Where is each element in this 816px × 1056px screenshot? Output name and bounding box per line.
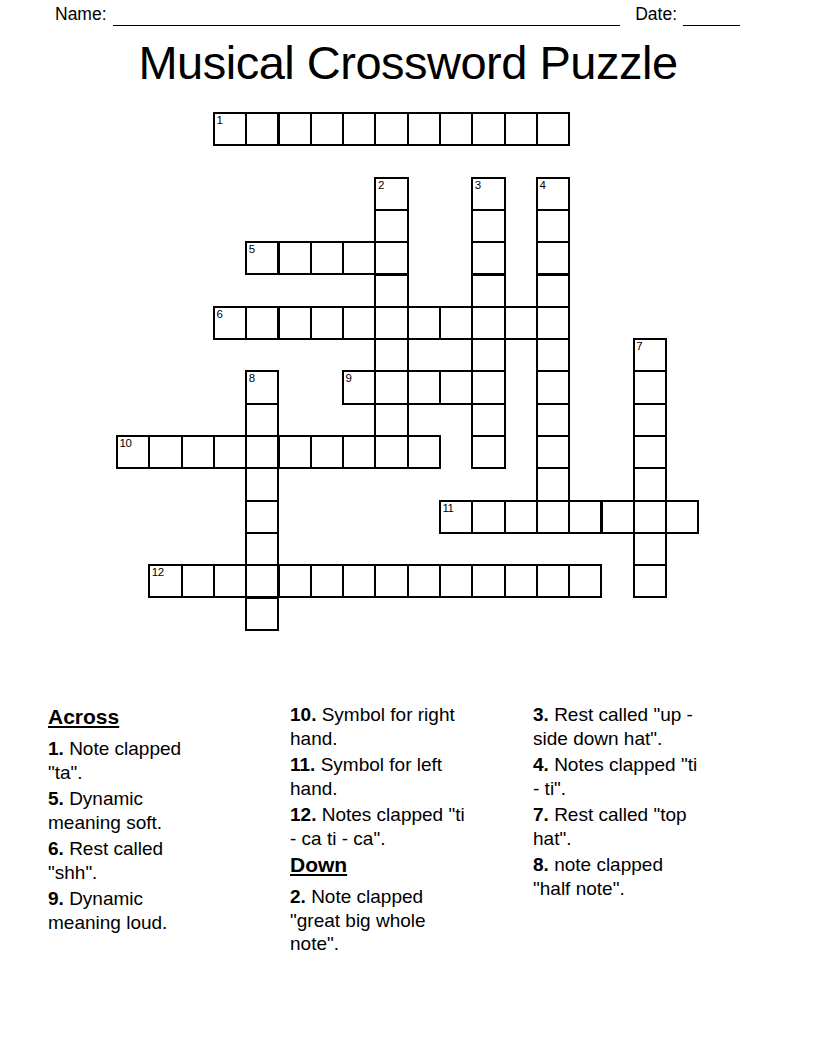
grid-cell-r6c4[interactable] [245,306,279,340]
grid-cell-r14c12[interactable] [504,564,538,598]
grid-cell-r0c8[interactable] [374,112,408,146]
clue-4-down: 4. Notes clapped "ti- ti". [533,753,775,800]
grid-cell-r6c6[interactable] [310,306,344,340]
clue-column-3: 3. Rest called "up -side down hat".4. No… [533,703,775,959]
grid-cell-r14c14[interactable] [568,564,602,598]
worksheet-header: Name: Date: [0,0,816,26]
grid-cell-r4c11[interactable] [471,241,505,275]
grid-cell-r14c5[interactable] [278,564,312,598]
grid-cell-r10c5[interactable] [278,435,312,469]
grid-cell-r12c12[interactable] [504,500,538,534]
grid-cell-r8c11[interactable] [471,370,505,404]
clue-number-10: 10 [120,437,132,449]
grid-cell-r6c13[interactable] [536,306,570,340]
grid-cell-r5c11[interactable] [471,274,505,308]
grid-cell-r14c8[interactable] [374,564,408,598]
grid-cell-r14c6[interactable] [310,564,344,598]
grid-cell-r12c4[interactable] [245,500,279,534]
clue-number-12: 12 [152,566,164,578]
grid-cell-r0c9[interactable] [407,112,441,146]
clue-number-4: 4 [539,179,545,191]
clue-7-down: 7. Rest called "tophat". [533,803,775,850]
clue-number-8: 8 [249,372,255,384]
clue-number-9: 9 [346,372,352,384]
grid-cell-r7c8[interactable] [374,338,408,372]
grid-cell-r6c3[interactable]: 6 [213,306,247,340]
grid-cell-r9c13[interactable] [536,403,570,437]
grid-cell-r10c0[interactable]: 10 [116,435,150,469]
clue-6-across: 6. Rest called"shh". [48,837,290,884]
clue-10-across: 10. Symbol for righthand. [290,703,533,750]
clue-5-across: 5. Dynamicmeaning soft. [48,787,290,834]
clue-number-6: 6 [216,308,222,320]
grid-cell-r0c4[interactable] [245,112,279,146]
grid-cell-r10c8[interactable] [374,435,408,469]
clue-9-across: 9. Dynamicmeaning loud. [48,887,290,934]
grid-cell-r9c8[interactable] [374,403,408,437]
name-field-line[interactable] [113,5,621,26]
grid-cell-r6c9[interactable] [407,306,441,340]
clue-12-across: 12. Notes clapped "ti- ca ti - ca". [290,803,533,850]
grid-cell-r12c11[interactable] [471,500,505,534]
grid-cell-r11c4[interactable] [245,467,279,501]
grid-cell-r12c16[interactable] [633,500,667,534]
grid-cell-r14c4[interactable] [245,564,279,598]
clue-column-1: Across1. Note clapped"ta".5. Dynamicmean… [48,703,290,959]
clue-number-7: 7 [636,340,642,352]
grid-cell-r11c13[interactable] [536,467,570,501]
grid-cell-r10c11[interactable] [471,435,505,469]
grid-cell-r5c8[interactable] [374,274,408,308]
grid-cell-r14c16[interactable] [633,564,667,598]
grid-cell-r12c14[interactable] [568,500,602,534]
grid-cell-r14c3[interactable] [213,564,247,598]
grid-cell-r8c4[interactable]: 8 [245,370,279,404]
grid-cell-r12c17[interactable] [665,500,699,534]
grid-cell-r4c5[interactable] [278,241,312,275]
grid-cell-r10c13[interactable] [536,435,570,469]
grid-cell-r14c2[interactable] [181,564,215,598]
clue-8-down: 8. note clapped"half note". [533,853,775,900]
grid-cell-r0c12[interactable] [504,112,538,146]
crossword-grid: 123456789101112 [116,112,700,631]
name-label: Name: [55,4,107,26]
grid-cell-r6c5[interactable] [278,306,312,340]
grid-cell-r4c7[interactable] [342,241,376,275]
grid-cell-r14c7[interactable] [342,564,376,598]
grid-cell-r4c6[interactable] [310,241,344,275]
grid-cell-r7c13[interactable] [536,338,570,372]
grid-cell-r4c13[interactable] [536,241,570,275]
grid-cell-r7c11[interactable] [471,338,505,372]
grid-cell-r3c11[interactable] [471,209,505,243]
grid-cell-r0c6[interactable] [310,112,344,146]
grid-cell-r6c11[interactable] [471,306,505,340]
date-field-line[interactable] [683,5,740,26]
clue-number-11: 11 [443,502,454,514]
page-title: Musical Crossword Puzzle [0,35,816,90]
grid-cell-r9c11[interactable] [471,403,505,437]
grid-cell-r10c16[interactable] [633,435,667,469]
grid-cell-r15c4[interactable] [245,597,279,631]
clue-3-down: 3. Rest called "up -side down hat". [533,703,775,750]
grid-cell-r10c1[interactable] [148,435,182,469]
grid-cell-r9c16[interactable] [633,403,667,437]
grid-cell-r0c10[interactable] [439,112,473,146]
grid-cell-r13c16[interactable] [633,532,667,566]
clue-number-2: 2 [378,179,384,191]
grid-cell-r14c13[interactable] [536,564,570,598]
grid-cell-r0c7[interactable] [342,112,376,146]
grid-cell-r2c8[interactable]: 2 [374,177,408,211]
grid-cell-r9c4[interactable] [245,403,279,437]
grid-cell-r3c13[interactable] [536,209,570,243]
grid-cell-r8c10[interactable] [439,370,473,404]
grid-cell-r12c15[interactable] [601,500,635,534]
grid-cell-r12c10[interactable]: 11 [439,500,473,534]
across-header: Across [48,705,290,729]
grid-cell-r4c4[interactable]: 5 [245,241,279,275]
grid-cell-r2c11[interactable]: 3 [471,177,505,211]
grid-cell-r6c8[interactable] [374,306,408,340]
grid-cell-r14c9[interactable] [407,564,441,598]
grid-cell-r8c7[interactable]: 9 [342,370,376,404]
grid-cell-r8c16[interactable] [633,370,667,404]
clue-column-2: 10. Symbol for righthand.11. Symbol for … [290,703,533,959]
grid-cell-r4c8[interactable] [374,241,408,275]
grid-cell-r10c6[interactable] [310,435,344,469]
date-label: Date: [635,4,677,26]
grid-cell-r8c13[interactable] [536,370,570,404]
grid-cell-r7c16[interactable]: 7 [633,338,667,372]
grid-cell-r0c3[interactable]: 1 [213,112,247,146]
grid-cell-r14c10[interactable] [439,564,473,598]
grid-cell-r0c11[interactable] [471,112,505,146]
grid-cell-r6c10[interactable] [439,306,473,340]
grid-cell-r5c13[interactable] [536,274,570,308]
grid-cell-r8c8[interactable] [374,370,408,404]
clue-11-across: 11. Symbol for lefthand. [290,753,533,800]
down-header: Down [290,853,533,877]
grid-cell-r0c5[interactable] [278,112,312,146]
grid-cell-r10c9[interactable] [407,435,441,469]
clue-number-3: 3 [475,179,481,191]
clue-section: Across1. Note clapped"ta".5. Dynamicmean… [0,703,816,959]
grid-cell-r12c13[interactable] [536,500,570,534]
grid-cell-r10c3[interactable] [213,435,247,469]
grid-cell-r2c13[interactable]: 4 [536,177,570,211]
clue-2-down: 2. Note clapped"great big wholenote". [290,885,533,956]
clue-number-5: 5 [249,243,255,255]
grid-cell-r0c13[interactable] [536,112,570,146]
grid-cell-r14c1[interactable]: 12 [148,564,182,598]
clue-1-across: 1. Note clapped"ta". [48,737,290,784]
grid-cell-r10c2[interactable] [181,435,215,469]
grid-cell-r11c16[interactable] [633,467,667,501]
clue-number-1: 1 [216,114,222,126]
grid-cell-r6c7[interactable] [342,306,376,340]
grid-cell-r3c8[interactable] [374,209,408,243]
grid-cell-r10c7[interactable] [342,435,376,469]
grid-cell-r6c12[interactable] [504,306,538,340]
grid-cell-r8c9[interactable] [407,370,441,404]
grid-cell-r14c11[interactable] [471,564,505,598]
grid-cell-r10c4[interactable] [245,435,279,469]
grid-cell-r13c4[interactable] [245,532,279,566]
